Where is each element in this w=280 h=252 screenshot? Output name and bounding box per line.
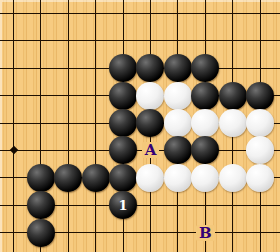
empty-point[interactable] bbox=[0, 191, 27, 218]
occupied-point[interactable] bbox=[192, 54, 219, 81]
white-stone[interactable] bbox=[136, 82, 164, 110]
empty-point[interactable] bbox=[82, 191, 109, 218]
occupied-point[interactable] bbox=[137, 54, 164, 81]
occupied-point[interactable] bbox=[219, 164, 246, 191]
empty-point[interactable] bbox=[82, 137, 109, 164]
empty-point[interactable] bbox=[246, 219, 273, 246]
black-stone[interactable] bbox=[191, 136, 219, 164]
empty-point[interactable] bbox=[27, 54, 54, 81]
occupied-point[interactable] bbox=[27, 191, 54, 218]
empty-point[interactable] bbox=[0, 109, 27, 136]
empty-point[interactable] bbox=[246, 0, 273, 27]
black-stone[interactable] bbox=[109, 82, 137, 110]
empty-point[interactable] bbox=[246, 27, 273, 54]
white-stone[interactable] bbox=[136, 164, 164, 192]
empty-point[interactable] bbox=[219, 27, 246, 54]
empty-point[interactable] bbox=[137, 191, 164, 218]
empty-point[interactable] bbox=[27, 82, 54, 109]
empty-point[interactable] bbox=[137, 27, 164, 54]
empty-point[interactable] bbox=[0, 219, 27, 246]
empty-point[interactable] bbox=[82, 54, 109, 81]
empty-point[interactable] bbox=[192, 0, 219, 27]
occupied-point[interactable] bbox=[109, 82, 136, 109]
black-stone[interactable] bbox=[136, 109, 164, 137]
numbered-black-stone[interactable]: 1 bbox=[109, 191, 137, 219]
white-stone[interactable] bbox=[164, 109, 192, 137]
empty-point[interactable] bbox=[82, 27, 109, 54]
empty-point[interactable] bbox=[219, 219, 246, 246]
black-stone[interactable] bbox=[191, 54, 219, 82]
empty-point[interactable] bbox=[82, 82, 109, 109]
labeled-point[interactable]: A bbox=[137, 137, 164, 164]
occupied-point[interactable] bbox=[246, 164, 273, 191]
white-stone[interactable] bbox=[219, 164, 247, 192]
empty-point[interactable] bbox=[27, 0, 54, 27]
point-label-b[interactable]: B bbox=[196, 225, 215, 241]
empty-point[interactable] bbox=[219, 0, 246, 27]
empty-point[interactable] bbox=[246, 191, 273, 218]
black-stone[interactable] bbox=[82, 164, 110, 192]
point-label-a[interactable]: A bbox=[142, 142, 160, 158]
empty-point[interactable] bbox=[109, 27, 136, 54]
empty-point[interactable] bbox=[192, 191, 219, 218]
black-stone[interactable] bbox=[27, 164, 55, 192]
empty-point[interactable] bbox=[27, 27, 54, 54]
black-stone[interactable] bbox=[191, 82, 219, 110]
empty-point[interactable] bbox=[109, 219, 136, 246]
empty-point[interactable] bbox=[109, 0, 136, 27]
occupied-point[interactable] bbox=[137, 164, 164, 191]
occupied-point[interactable] bbox=[55, 164, 82, 191]
empty-point[interactable] bbox=[0, 82, 27, 109]
occupied-point[interactable] bbox=[192, 164, 219, 191]
occupied-point[interactable] bbox=[192, 109, 219, 136]
black-stone[interactable] bbox=[54, 164, 82, 192]
occupied-point[interactable] bbox=[27, 219, 54, 246]
occupied-point[interactable] bbox=[192, 137, 219, 164]
white-stone[interactable] bbox=[164, 82, 192, 110]
occupied-point[interactable] bbox=[246, 109, 273, 136]
empty-point[interactable] bbox=[27, 109, 54, 136]
occupied-point[interactable] bbox=[164, 109, 191, 136]
black-stone[interactable] bbox=[109, 136, 137, 164]
empty-point[interactable] bbox=[55, 82, 82, 109]
board-points-grid: A1B bbox=[0, 0, 274, 246]
occupied-point[interactable] bbox=[164, 82, 191, 109]
white-stone[interactable] bbox=[246, 136, 274, 164]
empty-point[interactable] bbox=[27, 137, 54, 164]
occupied-point[interactable] bbox=[192, 82, 219, 109]
empty-point[interactable] bbox=[164, 27, 191, 54]
black-stone[interactable] bbox=[219, 82, 247, 110]
empty-point[interactable] bbox=[82, 0, 109, 27]
white-stone[interactable] bbox=[246, 109, 274, 137]
occupied-point[interactable] bbox=[82, 164, 109, 191]
empty-point[interactable] bbox=[82, 219, 109, 246]
empty-point[interactable] bbox=[164, 191, 191, 218]
occupied-point[interactable] bbox=[164, 54, 191, 81]
occupied-point[interactable] bbox=[219, 82, 246, 109]
empty-point[interactable] bbox=[55, 219, 82, 246]
empty-point[interactable] bbox=[219, 191, 246, 218]
empty-point[interactable] bbox=[82, 109, 109, 136]
occupied-point[interactable] bbox=[109, 137, 136, 164]
occupied-point[interactable] bbox=[137, 109, 164, 136]
white-stone[interactable] bbox=[246, 164, 274, 192]
empty-point[interactable] bbox=[55, 137, 82, 164]
white-stone[interactable] bbox=[191, 164, 219, 192]
empty-point[interactable] bbox=[219, 137, 246, 164]
black-stone[interactable] bbox=[164, 136, 192, 164]
occupied-point[interactable] bbox=[246, 137, 273, 164]
white-stone[interactable] bbox=[219, 109, 247, 137]
black-stone[interactable] bbox=[164, 54, 192, 82]
black-stone[interactable] bbox=[27, 191, 55, 219]
empty-point[interactable] bbox=[164, 0, 191, 27]
empty-point[interactable] bbox=[192, 27, 219, 54]
black-stone[interactable] bbox=[136, 54, 164, 82]
empty-point[interactable] bbox=[55, 54, 82, 81]
white-stone[interactable] bbox=[191, 109, 219, 137]
occupied-point[interactable] bbox=[164, 164, 191, 191]
empty-point[interactable] bbox=[55, 27, 82, 54]
empty-point[interactable] bbox=[137, 219, 164, 246]
black-stone[interactable] bbox=[109, 54, 137, 82]
occupied-point[interactable] bbox=[246, 82, 273, 109]
occupied-point[interactable] bbox=[164, 137, 191, 164]
black-stone[interactable] bbox=[27, 219, 55, 247]
empty-point[interactable] bbox=[219, 54, 246, 81]
empty-point[interactable] bbox=[164, 219, 191, 246]
move-number: 1 bbox=[119, 199, 128, 212]
occupied-point[interactable] bbox=[109, 54, 136, 81]
white-stone[interactable] bbox=[164, 164, 192, 192]
empty-point[interactable] bbox=[137, 0, 164, 27]
black-stone[interactable] bbox=[109, 164, 137, 192]
empty-point[interactable] bbox=[0, 27, 27, 54]
occupied-point[interactable] bbox=[109, 164, 136, 191]
empty-point[interactable] bbox=[55, 191, 82, 218]
empty-point[interactable] bbox=[0, 164, 27, 191]
occupied-point[interactable] bbox=[137, 82, 164, 109]
black-stone[interactable] bbox=[246, 82, 274, 110]
occupied-point[interactable]: 1 bbox=[109, 191, 136, 218]
black-stone[interactable] bbox=[109, 109, 137, 137]
empty-point[interactable] bbox=[0, 137, 27, 164]
go-board: A1B bbox=[0, 0, 280, 252]
empty-point[interactable] bbox=[246, 54, 273, 81]
labeled-point[interactable]: B bbox=[192, 219, 219, 246]
empty-point[interactable] bbox=[0, 54, 27, 81]
empty-point[interactable] bbox=[55, 109, 82, 136]
occupied-point[interactable] bbox=[219, 109, 246, 136]
empty-point[interactable] bbox=[0, 0, 27, 27]
occupied-point[interactable] bbox=[109, 109, 136, 136]
empty-point[interactable] bbox=[55, 0, 82, 27]
occupied-point[interactable] bbox=[27, 164, 54, 191]
